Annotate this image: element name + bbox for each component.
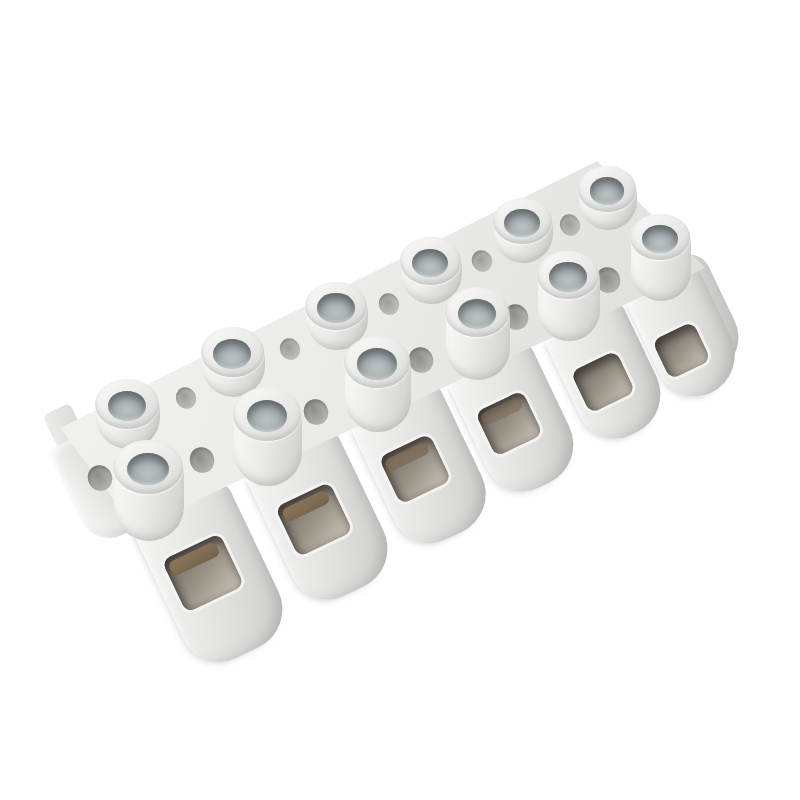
screw-bore-back-6 xyxy=(590,177,625,204)
screw-bore-front-6 xyxy=(642,225,678,253)
screw-bore-back-5 xyxy=(504,209,539,237)
screw-bore-back-1 xyxy=(108,391,146,421)
screw-bore-back-3 xyxy=(317,293,354,322)
screw-bore-back-2 xyxy=(213,339,251,369)
screw-bore-front-5 xyxy=(549,262,586,291)
terminal-strip-photo xyxy=(0,0,800,800)
screw-bore-front-3 xyxy=(357,348,397,379)
screw-bore-front-4 xyxy=(458,299,496,329)
screw-bore-front-2 xyxy=(247,400,288,432)
screw-bore-front-1 xyxy=(127,453,169,486)
